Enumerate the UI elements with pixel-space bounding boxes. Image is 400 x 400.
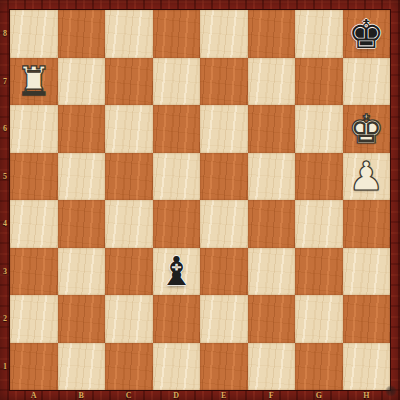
square-e3[interactable]: [200, 248, 248, 296]
file-label-d: D: [153, 390, 201, 400]
square-f3[interactable]: [248, 248, 296, 296]
square-d6[interactable]: [153, 105, 201, 153]
square-h8[interactable]: ♚: [343, 10, 391, 58]
square-d1[interactable]: [153, 343, 201, 391]
rank-label-4: 4: [0, 200, 10, 248]
file-label-f: F: [248, 390, 296, 400]
square-h1[interactable]: [343, 343, 391, 391]
square-g5[interactable]: [295, 153, 343, 201]
square-e8[interactable]: [200, 10, 248, 58]
piece-white-king-h6[interactable]: ♚: [343, 105, 391, 153]
square-a5[interactable]: [10, 153, 58, 201]
square-b6[interactable]: [58, 105, 106, 153]
square-f2[interactable]: [248, 295, 296, 343]
square-f4[interactable]: [248, 200, 296, 248]
square-h2[interactable]: [343, 295, 391, 343]
rank-label-3: 3: [0, 248, 10, 296]
square-f6[interactable]: [248, 105, 296, 153]
square-f8[interactable]: [248, 10, 296, 58]
square-b8[interactable]: [58, 10, 106, 58]
square-e2[interactable]: [200, 295, 248, 343]
file-label-g: G: [295, 390, 343, 400]
square-e6[interactable]: [200, 105, 248, 153]
square-h5[interactable]: ♟: [343, 153, 391, 201]
piece-black-bishop-d3[interactable]: ♝: [153, 248, 201, 296]
file-label-h: H: [343, 390, 391, 400]
square-g2[interactable]: [295, 295, 343, 343]
square-d5[interactable]: [153, 153, 201, 201]
piece-white-pawn-h5[interactable]: ♟: [343, 153, 391, 201]
file-label-a: A: [10, 390, 58, 400]
square-d2[interactable]: [153, 295, 201, 343]
square-d4[interactable]: [153, 200, 201, 248]
square-b2[interactable]: [58, 295, 106, 343]
square-h4[interactable]: [343, 200, 391, 248]
square-b1[interactable]: [58, 343, 106, 391]
square-a8[interactable]: [10, 10, 58, 58]
square-f5[interactable]: [248, 153, 296, 201]
square-a2[interactable]: [10, 295, 58, 343]
square-g4[interactable]: [295, 200, 343, 248]
square-g3[interactable]: [295, 248, 343, 296]
rank-label-6: 6: [0, 105, 10, 153]
rank-label-1: 1: [0, 343, 10, 391]
square-e5[interactable]: [200, 153, 248, 201]
square-a1[interactable]: [10, 343, 58, 391]
square-g1[interactable]: [295, 343, 343, 391]
square-a4[interactable]: [10, 200, 58, 248]
square-f7[interactable]: [248, 58, 296, 106]
square-g8[interactable]: [295, 10, 343, 58]
square-b3[interactable]: [58, 248, 106, 296]
chess-board-window: ♚♜♚♟♝ 87654321 ABCDEFGH: [0, 0, 400, 400]
square-c3[interactable]: [105, 248, 153, 296]
rank-label-8: 8: [0, 10, 10, 58]
square-b4[interactable]: [58, 200, 106, 248]
square-c6[interactable]: [105, 105, 153, 153]
corner-spot-decoration: [385, 385, 397, 397]
rank-label-5: 5: [0, 153, 10, 201]
file-label-e: E: [200, 390, 248, 400]
file-label-b: B: [58, 390, 106, 400]
square-e1[interactable]: [200, 343, 248, 391]
chess-board: ♚♜♚♟♝: [10, 10, 390, 390]
square-d8[interactable]: [153, 10, 201, 58]
square-b5[interactable]: [58, 153, 106, 201]
square-c8[interactable]: [105, 10, 153, 58]
rank-label-2: 2: [0, 295, 10, 343]
square-d7[interactable]: [153, 58, 201, 106]
square-a6[interactable]: [10, 105, 58, 153]
square-c4[interactable]: [105, 200, 153, 248]
square-b7[interactable]: [58, 58, 106, 106]
file-labels: ABCDEFGH: [10, 390, 390, 400]
square-h7[interactable]: [343, 58, 391, 106]
square-f1[interactable]: [248, 343, 296, 391]
square-c1[interactable]: [105, 343, 153, 391]
square-e7[interactable]: [200, 58, 248, 106]
square-h6[interactable]: ♚: [343, 105, 391, 153]
square-c2[interactable]: [105, 295, 153, 343]
square-a7[interactable]: ♜: [10, 58, 58, 106]
square-g7[interactable]: [295, 58, 343, 106]
rank-labels: 87654321: [0, 10, 10, 390]
square-g6[interactable]: [295, 105, 343, 153]
file-label-c: C: [105, 390, 153, 400]
rank-label-7: 7: [0, 58, 10, 106]
piece-white-rook-a7[interactable]: ♜: [10, 58, 58, 106]
square-d3[interactable]: ♝: [153, 248, 201, 296]
piece-black-king-h8[interactable]: ♚: [343, 10, 391, 58]
square-h3[interactable]: [343, 248, 391, 296]
square-e4[interactable]: [200, 200, 248, 248]
square-c7[interactable]: [105, 58, 153, 106]
square-c5[interactable]: [105, 153, 153, 201]
square-a3[interactable]: [10, 248, 58, 296]
